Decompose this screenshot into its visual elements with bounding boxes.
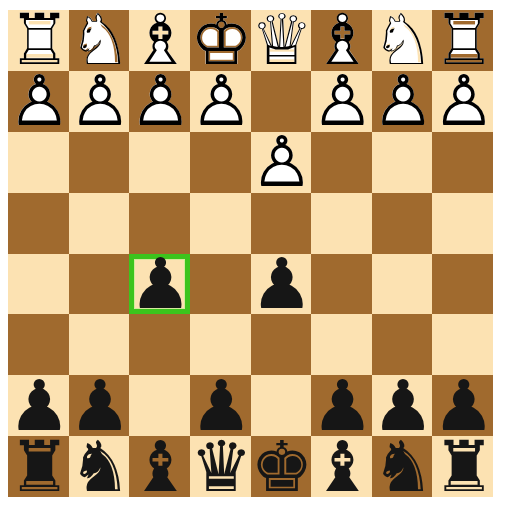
square-c5[interactable] xyxy=(311,254,372,315)
square-c2[interactable]: ♟♙ xyxy=(311,71,372,132)
square-b5[interactable] xyxy=(372,254,433,315)
black-pawn[interactable]: ♟ xyxy=(129,254,190,314)
black-pawn-icon: ♟ xyxy=(251,254,312,314)
black-pawn[interactable]: ♟ xyxy=(251,254,312,314)
square-d3[interactable]: ♟♙ xyxy=(251,132,312,193)
black-bishop[interactable]: ♝ xyxy=(129,437,190,497)
square-f8[interactable]: ♝ xyxy=(129,436,190,497)
square-h8[interactable]: ♜ xyxy=(8,436,69,497)
square-c8[interactable]: ♝ xyxy=(311,436,372,497)
white-pawn-outline-icon: ♙ xyxy=(311,71,372,131)
black-queen[interactable]: ♛ xyxy=(190,437,251,497)
white-pawn[interactable]: ♟♙ xyxy=(311,71,372,131)
black-bishop-icon: ♝ xyxy=(129,437,190,497)
white-pawn-outline-icon: ♙ xyxy=(69,71,130,131)
white-pawn[interactable]: ♟♙ xyxy=(251,132,312,192)
square-f3[interactable] xyxy=(129,132,190,193)
white-pawn[interactable]: ♟♙ xyxy=(129,71,190,131)
white-pawn-outline-icon: ♙ xyxy=(372,71,433,131)
square-h4[interactable] xyxy=(8,193,69,254)
square-a8[interactable]: ♜ xyxy=(432,436,493,497)
square-h3[interactable] xyxy=(8,132,69,193)
square-g3[interactable] xyxy=(69,132,130,193)
black-knight[interactable]: ♞ xyxy=(69,437,130,497)
white-pawn[interactable]: ♟♙ xyxy=(190,71,251,131)
square-d1[interactable]: ♛♕ xyxy=(251,10,312,71)
square-a5[interactable] xyxy=(432,254,493,315)
white-pawn-outline-icon: ♙ xyxy=(432,71,493,131)
square-h2[interactable]: ♟♙ xyxy=(8,71,69,132)
black-rook[interactable]: ♜ xyxy=(432,437,493,497)
square-b3[interactable] xyxy=(372,132,433,193)
square-f6[interactable] xyxy=(129,314,190,375)
square-e4[interactable] xyxy=(190,193,251,254)
white-pawn[interactable]: ♟♙ xyxy=(8,71,69,131)
black-knight-icon: ♞ xyxy=(372,437,433,497)
black-bishop-icon: ♝ xyxy=(311,437,372,497)
square-b8[interactable]: ♞ xyxy=(372,436,433,497)
black-king[interactable]: ♚ xyxy=(251,437,312,497)
square-f5-last-move-highlight[interactable]: ♟ xyxy=(129,254,190,315)
black-bishop[interactable]: ♝ xyxy=(311,437,372,497)
white-pawn-outline-icon: ♙ xyxy=(129,71,190,131)
square-g8[interactable]: ♞ xyxy=(69,436,130,497)
black-rook[interactable]: ♜ xyxy=(8,437,69,497)
square-g5[interactable] xyxy=(69,254,130,315)
white-pawn-outline-icon: ♙ xyxy=(190,71,251,131)
white-pawn[interactable]: ♟♙ xyxy=(69,71,130,131)
square-g2[interactable]: ♟♙ xyxy=(69,71,130,132)
square-e8[interactable]: ♛ xyxy=(190,436,251,497)
black-knight[interactable]: ♞ xyxy=(372,437,433,497)
square-a4[interactable] xyxy=(432,193,493,254)
white-pawn[interactable]: ♟♙ xyxy=(432,71,493,131)
white-queen[interactable]: ♛♕ xyxy=(251,10,312,70)
square-e2[interactable]: ♟♙ xyxy=(190,71,251,132)
black-rook-icon: ♜ xyxy=(8,437,69,497)
white-queen-outline-icon: ♕ xyxy=(251,10,312,70)
square-h5[interactable] xyxy=(8,254,69,315)
black-rook-icon: ♜ xyxy=(432,437,493,497)
white-pawn-outline-icon: ♙ xyxy=(251,132,312,192)
black-pawn-icon: ♟ xyxy=(129,254,190,314)
square-b2[interactable]: ♟♙ xyxy=(372,71,433,132)
square-a2[interactable]: ♟♙ xyxy=(432,71,493,132)
black-knight-icon: ♞ xyxy=(69,437,130,497)
square-d5[interactable]: ♟ xyxy=(251,254,312,315)
square-a3[interactable] xyxy=(432,132,493,193)
square-d8[interactable]: ♚ xyxy=(251,436,312,497)
square-c3[interactable] xyxy=(311,132,372,193)
black-queen-icon: ♛ xyxy=(190,437,251,497)
square-c4[interactable] xyxy=(311,193,372,254)
square-d6[interactable] xyxy=(251,314,312,375)
white-pawn[interactable]: ♟♙ xyxy=(372,71,433,131)
square-g4[interactable] xyxy=(69,193,130,254)
square-f2[interactable]: ♟♙ xyxy=(129,71,190,132)
square-b4[interactable] xyxy=(372,193,433,254)
black-king-icon: ♚ xyxy=(251,437,312,497)
square-e3[interactable] xyxy=(190,132,251,193)
chess-board: ♜♖♞♘♝♗♚♔♛♕♝♗♞♘♜♖♟♙♟♙♟♙♟♙♟♙♟♙♟♙♟♙♟♟♟♟♟♟♟♟… xyxy=(8,10,493,497)
white-pawn-outline-icon: ♙ xyxy=(8,71,69,131)
square-e5[interactable] xyxy=(190,254,251,315)
